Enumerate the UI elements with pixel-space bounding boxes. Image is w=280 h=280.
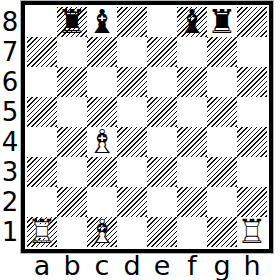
square-c1[interactable]: ♝♗ bbox=[87, 217, 117, 247]
square-h7[interactable] bbox=[237, 37, 267, 67]
square-e4[interactable] bbox=[147, 127, 177, 157]
square-b7[interactable] bbox=[57, 37, 87, 67]
square-d6[interactable] bbox=[117, 67, 147, 97]
piece-white-rook-h1[interactable]: ♜♖ bbox=[237, 217, 267, 247]
piece-white-rook-a1[interactable]: ♜♖ bbox=[27, 217, 57, 247]
square-g3[interactable] bbox=[207, 157, 237, 187]
square-c7[interactable] bbox=[87, 37, 117, 67]
rank-label-4: 4 bbox=[0, 127, 20, 157]
square-d5[interactable] bbox=[117, 97, 147, 127]
square-f2[interactable] bbox=[177, 187, 207, 217]
square-h8[interactable] bbox=[237, 7, 267, 37]
square-d8[interactable] bbox=[117, 7, 147, 37]
file-label-a: a bbox=[27, 251, 57, 280]
square-d2[interactable] bbox=[117, 187, 147, 217]
square-g7[interactable] bbox=[207, 37, 237, 67]
square-e7[interactable] bbox=[147, 37, 177, 67]
square-f1[interactable] bbox=[177, 217, 207, 247]
piece-white-bishop-c4[interactable]: ♝♗ bbox=[87, 127, 117, 157]
square-d1[interactable] bbox=[117, 217, 147, 247]
square-b3[interactable] bbox=[57, 157, 87, 187]
file-label-e: e bbox=[147, 251, 177, 280]
square-d3[interactable] bbox=[117, 157, 147, 187]
file-label-h: h bbox=[237, 251, 267, 280]
square-e6[interactable] bbox=[147, 67, 177, 97]
square-b5[interactable] bbox=[57, 97, 87, 127]
square-f5[interactable] bbox=[177, 97, 207, 127]
rank-label-3: 3 bbox=[0, 157, 20, 187]
square-h5[interactable] bbox=[237, 97, 267, 127]
square-b2[interactable] bbox=[57, 187, 87, 217]
square-c3[interactable] bbox=[87, 157, 117, 187]
chess-board[interactable]: ♜♝♝♜♝♗♜♖♝♗♜♖ bbox=[21, 1, 273, 253]
square-f3[interactable] bbox=[177, 157, 207, 187]
square-b6[interactable] bbox=[57, 67, 87, 97]
rank-label-7: 7 bbox=[0, 37, 20, 67]
square-b8[interactable]: ♜ bbox=[57, 7, 87, 37]
file-label-d: d bbox=[117, 251, 147, 280]
square-a4[interactable] bbox=[27, 127, 57, 157]
square-g6[interactable] bbox=[207, 67, 237, 97]
piece-black-bishop-c8[interactable]: ♝ bbox=[87, 7, 117, 37]
square-a5[interactable] bbox=[27, 97, 57, 127]
square-f4[interactable] bbox=[177, 127, 207, 157]
square-b4[interactable] bbox=[57, 127, 87, 157]
piece-black-rook-g8[interactable]: ♜ bbox=[207, 7, 237, 37]
piece-white-bishop-c1[interactable]: ♝♗ bbox=[87, 217, 117, 247]
square-g4[interactable] bbox=[207, 127, 237, 157]
square-e3[interactable] bbox=[147, 157, 177, 187]
piece-black-rook-b8[interactable]: ♜ bbox=[57, 7, 87, 37]
square-f8[interactable]: ♝ bbox=[177, 7, 207, 37]
rank-label-6: 6 bbox=[0, 67, 20, 97]
square-h3[interactable] bbox=[237, 157, 267, 187]
square-h4[interactable] bbox=[237, 127, 267, 157]
square-e8[interactable] bbox=[147, 7, 177, 37]
square-g8[interactable]: ♜ bbox=[207, 7, 237, 37]
rank-label-2: 2 bbox=[0, 187, 20, 217]
square-c6[interactable] bbox=[87, 67, 117, 97]
square-a8[interactable] bbox=[27, 7, 57, 37]
file-label-f: f bbox=[177, 251, 207, 280]
square-g1[interactable] bbox=[207, 217, 237, 247]
square-d4[interactable] bbox=[117, 127, 147, 157]
square-a6[interactable] bbox=[27, 67, 57, 97]
rank-label-5: 5 bbox=[0, 97, 20, 127]
square-f6[interactable] bbox=[177, 67, 207, 97]
piece-black-bishop-f8[interactable]: ♝ bbox=[177, 7, 207, 37]
file-label-b: b bbox=[57, 251, 87, 280]
rank-label-8: 8 bbox=[0, 7, 20, 37]
square-e1[interactable] bbox=[147, 217, 177, 247]
file-label-g: g bbox=[207, 251, 237, 280]
square-e5[interactable] bbox=[147, 97, 177, 127]
chess-diagram: 87654321 ♜♝♝♜♝♗♜♖♝♗♜♖ abcdefgh bbox=[0, 0, 280, 280]
square-a3[interactable] bbox=[27, 157, 57, 187]
square-a1[interactable]: ♜♖ bbox=[27, 217, 57, 247]
square-h6[interactable] bbox=[237, 67, 267, 97]
square-g5[interactable] bbox=[207, 97, 237, 127]
square-d7[interactable] bbox=[117, 37, 147, 67]
square-c8[interactable]: ♝ bbox=[87, 7, 117, 37]
square-h1[interactable]: ♜♖ bbox=[237, 217, 267, 247]
file-label-c: c bbox=[87, 251, 117, 280]
square-a7[interactable] bbox=[27, 37, 57, 67]
square-f7[interactable] bbox=[177, 37, 207, 67]
square-b1[interactable] bbox=[57, 217, 87, 247]
square-e2[interactable] bbox=[147, 187, 177, 217]
square-c4[interactable]: ♝♗ bbox=[87, 127, 117, 157]
rank-label-1: 1 bbox=[0, 217, 20, 247]
square-g2[interactable] bbox=[207, 187, 237, 217]
